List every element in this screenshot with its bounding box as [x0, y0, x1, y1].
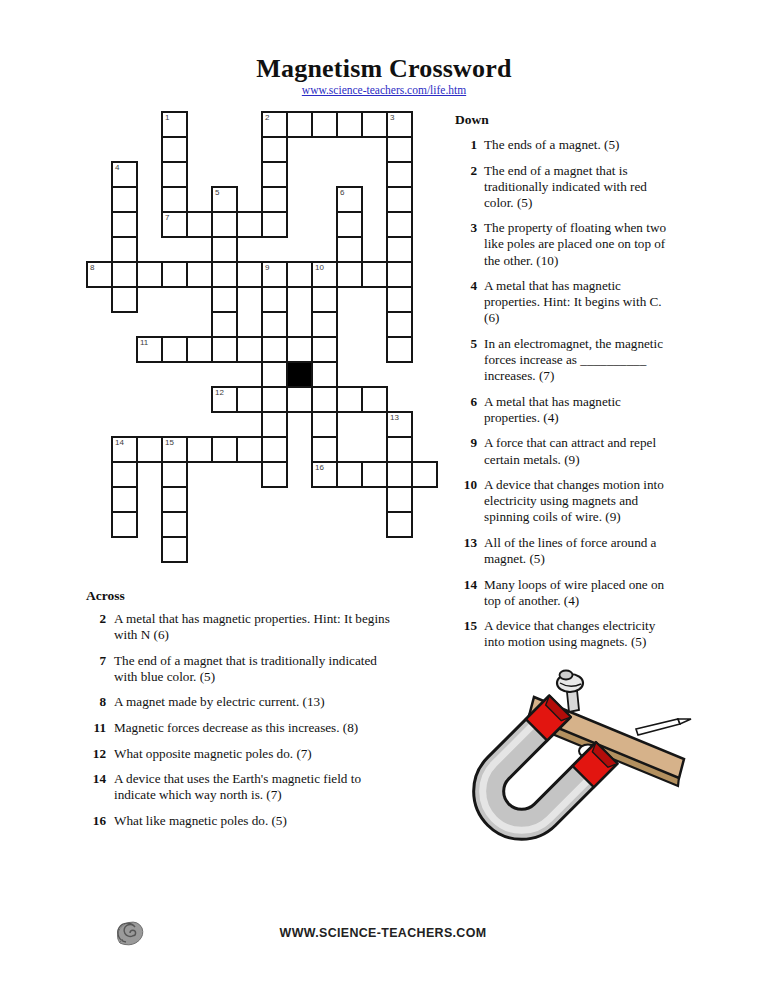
across-clue-item: 11Magnetic forces decrease as this incre…	[86, 720, 456, 736]
grid-cell[interactable]	[386, 436, 413, 463]
down-clue-item: 6A metal that has magnetic properties. (…	[455, 394, 717, 426]
grid-cell[interactable]	[336, 211, 363, 238]
clue-number: 8	[86, 694, 106, 710]
clue-text: The end of a magnet that is traditionall…	[484, 163, 647, 210]
clue-number: 14	[86, 771, 106, 787]
cell-number: 8	[90, 263, 94, 272]
grid-cell[interactable]	[311, 436, 338, 463]
grid-cell[interactable]	[186, 211, 213, 238]
grid-cell[interactable]	[311, 286, 338, 313]
grid-cell[interactable]	[286, 111, 313, 138]
grid-cell[interactable]	[111, 261, 138, 288]
grid-cell[interactable]	[386, 186, 413, 213]
grid-cell[interactable]: 15	[161, 436, 188, 463]
cell-number: 2	[265, 113, 269, 122]
clue-number: 7	[86, 653, 106, 669]
grid-cell[interactable]	[361, 461, 388, 488]
down-clue-item: 2The end of a magnet that is traditional…	[455, 163, 717, 211]
grid-cell[interactable]	[386, 311, 413, 338]
grid-cell[interactable]: 7	[161, 211, 188, 238]
clue-text: A device that uses the Earth's magnetic …	[114, 771, 361, 802]
grid-cell[interactable]	[161, 511, 188, 538]
grid-cell[interactable]	[361, 261, 388, 288]
grid-cell[interactable]	[161, 536, 188, 563]
cell-number: 1	[165, 113, 169, 122]
clue-number: 5	[455, 336, 477, 352]
grid-cell[interactable]	[211, 236, 238, 263]
grid-cell[interactable]	[311, 311, 338, 338]
grid-cell[interactable]	[211, 261, 238, 288]
footer-site-text: WWW.SCIENCE-TEACHERS.COM	[280, 925, 487, 940]
clue-number: 3	[455, 220, 477, 236]
cell-number: 4	[115, 163, 119, 172]
grid-cell[interactable]: 10	[311, 261, 338, 288]
clue-text: The property of floating when two like p…	[484, 220, 666, 267]
grid-cell[interactable]	[261, 386, 288, 413]
clue-text: Many loops of wire placed one on top of …	[484, 577, 664, 608]
clue-number: 2	[455, 163, 477, 179]
clue-text: In an electromagnet, the magnetic forces…	[484, 336, 663, 383]
grid-cell[interactable]	[411, 461, 438, 488]
down-clue-item: 4A metal that has magnetic properties. H…	[455, 278, 717, 326]
down-heading: Down	[455, 112, 717, 128]
grid-cell[interactable]	[261, 361, 288, 388]
grid-cell[interactable]	[161, 136, 188, 163]
grid-cell[interactable]: 11	[136, 336, 163, 363]
grid-cell[interactable]: 14	[111, 436, 138, 463]
worksheet-page: Magnetism Crossword www.science-teachers…	[0, 0, 768, 994]
grid-cell[interactable]	[211, 436, 238, 463]
grid-cell[interactable]: 4	[111, 161, 138, 188]
grid-cell[interactable]: 12	[211, 386, 238, 413]
grid-cell[interactable]	[311, 111, 338, 138]
grid-cell[interactable]	[386, 211, 413, 238]
cell-number: 5	[215, 188, 219, 197]
grid-cell[interactable]	[336, 111, 363, 138]
grid-cell[interactable]	[311, 411, 338, 438]
grid-cell[interactable]: 6	[336, 186, 363, 213]
cell-number: 10	[315, 263, 324, 272]
down-clue-item: 3The property of floating when two like …	[455, 220, 717, 268]
grid-cell[interactable]	[161, 336, 188, 363]
grid-cell[interactable]	[111, 236, 138, 263]
cell-number: 15	[165, 438, 174, 447]
grid-cell[interactable]	[236, 386, 263, 413]
grid-cell[interactable]	[186, 261, 213, 288]
clue-number: 2	[86, 611, 106, 627]
grid-cell[interactable]	[111, 211, 138, 238]
grid-cell[interactable]	[186, 436, 213, 463]
grid-cell[interactable]	[111, 186, 138, 213]
grid-cell[interactable]	[386, 486, 413, 513]
grid-cell[interactable]	[111, 461, 138, 488]
across-section: Across 2A metal that has magnetic proper…	[86, 588, 456, 838]
grid-cell[interactable]	[311, 336, 338, 363]
page-title: Magnetism Crossword	[0, 54, 768, 84]
across-heading: Across	[86, 588, 456, 604]
magnet-body	[454, 696, 617, 848]
down-section: Down 1The ends of a magnet. (5)2The end …	[455, 112, 717, 660]
grid-cell[interactable]	[261, 336, 288, 363]
clue-number: 4	[455, 278, 477, 294]
down-clue-item: 10A device that changes motion into elec…	[455, 477, 717, 525]
source-url-link[interactable]: www.science-teachers.com/life.htm	[302, 84, 466, 96]
grid-cell[interactable]	[236, 436, 263, 463]
clue-number: 1	[455, 137, 477, 153]
grid-cell[interactable]	[361, 111, 388, 138]
nail-icon	[636, 719, 691, 735]
down-clue-item: 1The ends of a magnet. (5)	[455, 137, 717, 153]
cell-number: 13	[390, 413, 399, 422]
clue-text: What like magnetic poles do. (5)	[114, 813, 287, 828]
source-link-row: www.science-teachers.com/life.htm	[0, 84, 768, 96]
grid-cell[interactable]	[236, 211, 263, 238]
clue-text: A device that changes electricity into m…	[484, 618, 655, 649]
clue-number: 14	[455, 577, 477, 593]
across-clue-item: 14A device that uses the Earth's magneti…	[86, 771, 456, 803]
clue-text: A device that changes motion into electr…	[484, 477, 664, 524]
grid-cell[interactable]	[261, 311, 288, 338]
grid-cell[interactable]	[211, 336, 238, 363]
clue-number: 12	[86, 746, 106, 762]
grid-cell[interactable]: 1	[161, 111, 188, 138]
grid-cell[interactable]	[361, 386, 388, 413]
across-clue-item: 16What like magnetic poles do. (5)	[86, 813, 456, 829]
grid-cell[interactable]	[261, 161, 288, 188]
grid-cell[interactable]	[236, 336, 263, 363]
cell-number: 7	[165, 213, 169, 222]
grid-cell[interactable]	[136, 261, 163, 288]
clue-number: 6	[455, 394, 477, 410]
across-clue-item: 7The end of a magnet that is traditional…	[86, 653, 456, 685]
grid-cell[interactable]	[386, 161, 413, 188]
clue-text: All of the lines of force around a magne…	[484, 535, 656, 566]
clue-number: 10	[455, 477, 477, 493]
cell-number: 12	[215, 388, 224, 397]
cell-number: 14	[115, 438, 124, 447]
grid-cell[interactable]	[386, 461, 413, 488]
grid-cell[interactable]	[311, 361, 338, 388]
clue-text: What opposite magnetic poles do. (7)	[114, 746, 312, 761]
grid-cell[interactable]	[336, 386, 363, 413]
clue-text: A magnet made by electric current. (13)	[114, 694, 325, 709]
grid-cell[interactable]	[336, 261, 363, 288]
down-clue-item: 14Many loops of wire placed one on top o…	[455, 577, 717, 609]
grid-cell[interactable]	[261, 186, 288, 213]
clue-number: 13	[455, 535, 477, 551]
grid-cell[interactable]	[286, 386, 313, 413]
grid-cell[interactable]	[261, 461, 288, 488]
clue-text: A metal that has magnetic properties. Hi…	[484, 278, 662, 325]
grid-cell[interactable]	[286, 261, 313, 288]
clue-text: The ends of a magnet. (5)	[484, 137, 620, 152]
grid-cell[interactable]	[386, 136, 413, 163]
clue-number: 15	[455, 618, 477, 634]
clue-text: A metal that has magnetic properties. (4…	[484, 394, 621, 425]
grid-cell[interactable]: 8	[86, 261, 113, 288]
grid-cell[interactable]	[386, 286, 413, 313]
black-cell	[286, 361, 313, 388]
grid-cell[interactable]: 5	[211, 186, 238, 213]
grid-cell[interactable]: 2	[261, 111, 288, 138]
cell-number: 3	[390, 113, 394, 122]
clue-text: A force that can attract and repel certa…	[484, 435, 656, 466]
grid-cell[interactable]	[261, 436, 288, 463]
grid-cell[interactable]	[161, 261, 188, 288]
grid-cell[interactable]	[161, 161, 188, 188]
down-clue-list: 1The ends of a magnet. (5)2The end of a …	[455, 137, 717, 650]
grid-cell[interactable]	[386, 511, 413, 538]
grid-cell[interactable]	[111, 486, 138, 513]
grid-cell[interactable]	[111, 286, 138, 313]
down-clue-item: 15A device that changes electricity into…	[455, 618, 717, 650]
grid-cell[interactable]	[161, 461, 188, 488]
clue-text: Magnetic forces decrease as this increas…	[114, 720, 358, 735]
grid-cell[interactable]	[236, 261, 263, 288]
grid-cell[interactable]	[211, 311, 238, 338]
grid-cell[interactable]	[211, 211, 238, 238]
across-clue-item: 12What opposite magnetic poles do. (7)	[86, 746, 456, 762]
grid-cell[interactable]	[311, 386, 338, 413]
clue-number: 11	[86, 720, 106, 736]
grid-cell[interactable]	[261, 136, 288, 163]
down-clue-item: 9A force that can attract and repel cert…	[455, 435, 717, 467]
grid-cell[interactable]: 16	[311, 461, 338, 488]
cell-number: 11	[140, 338, 148, 347]
grid-cell[interactable]	[161, 486, 188, 513]
cell-number: 9	[265, 263, 269, 272]
grid-cell[interactable]	[386, 336, 413, 363]
grid-cell[interactable]	[186, 336, 213, 363]
down-clue-item: 5In an electromagnet, the magnetic force…	[455, 336, 717, 384]
grid-cell[interactable]	[336, 461, 363, 488]
grid-cell[interactable]: 9	[261, 261, 288, 288]
grid-cell[interactable]	[261, 286, 288, 313]
horseshoe-magnet-illustration	[450, 663, 730, 848]
grid-cell[interactable]	[161, 186, 188, 213]
grid-cell[interactable]	[111, 511, 138, 538]
clue-number: 16	[86, 813, 106, 829]
grid-cell[interactable]	[386, 236, 413, 263]
grid-cell[interactable]: 13	[386, 411, 413, 438]
clue-text: The end of a magnet that is traditionall…	[114, 653, 377, 684]
fossil-logo-icon	[114, 917, 146, 949]
grid-cell[interactable]	[136, 436, 163, 463]
crossword-grid: 12345678910111213141516	[86, 111, 440, 565]
grid-cell[interactable]: 3	[386, 111, 413, 138]
grid-cell[interactable]	[286, 336, 313, 363]
clue-text: A metal that has magnetic properties. Hi…	[114, 611, 390, 642]
down-clue-item: 13All of the lines of force around a mag…	[455, 535, 717, 567]
across-clue-item: 8A magnet made by electric current. (13)	[86, 694, 456, 710]
grid-cell[interactable]	[211, 286, 238, 313]
across-clue-list: 2A metal that has magnetic properties. H…	[86, 611, 456, 829]
grid-cell[interactable]	[386, 261, 413, 288]
cell-number: 6	[340, 188, 344, 197]
grid-cell[interactable]	[261, 411, 288, 438]
clue-number: 9	[455, 435, 477, 451]
across-clue-item: 2A metal that has magnetic properties. H…	[86, 611, 456, 643]
grid-cell[interactable]	[336, 236, 363, 263]
cell-number: 16	[315, 463, 324, 472]
grid-cell[interactable]	[261, 211, 288, 238]
